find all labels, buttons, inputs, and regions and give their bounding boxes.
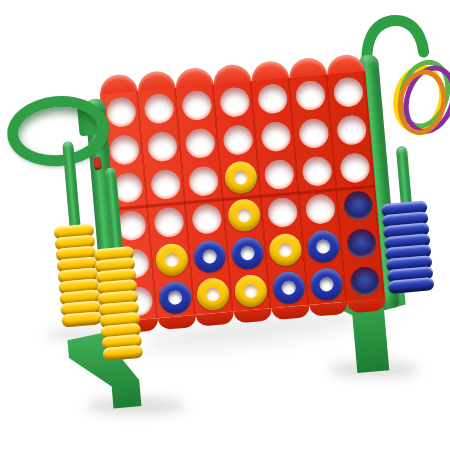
yellow-disc <box>268 232 303 267</box>
cell-r1-c2[interactable] <box>138 88 179 129</box>
cell-r4-c7[interactable] <box>337 185 378 226</box>
empty-hole <box>335 114 366 145</box>
yellow-disc <box>196 277 231 312</box>
cell-r1-c6[interactable] <box>289 75 330 116</box>
empty-hole <box>332 76 363 107</box>
cell-r6-c7[interactable] <box>344 260 385 301</box>
empty-hole <box>149 168 180 199</box>
empty-hole <box>219 86 250 117</box>
cell-r4-c3[interactable] <box>186 198 227 239</box>
cell-r5-c5[interactable] <box>265 229 306 270</box>
giant-connect-four-set <box>0 0 450 450</box>
blue-disc <box>271 270 306 305</box>
empty-hole <box>266 196 297 227</box>
blue-disc <box>309 267 344 302</box>
empty-hole <box>304 193 335 224</box>
cell-r6-c4[interactable] <box>230 270 271 311</box>
blue-disc <box>158 280 193 315</box>
blue-disc <box>192 239 227 274</box>
cell-r3-c2[interactable] <box>145 163 186 204</box>
empty-hole <box>108 134 139 165</box>
cell-r2-c5[interactable] <box>255 116 296 157</box>
cell-r5-c4[interactable] <box>227 233 268 274</box>
cell-r5-c6[interactable] <box>303 226 344 267</box>
cell-r6-c6[interactable] <box>306 264 347 305</box>
cell-r3-c5[interactable] <box>258 154 299 195</box>
empty-hole <box>184 127 215 158</box>
empty-hole <box>153 206 184 237</box>
cell-r3-c6[interactable] <box>296 150 337 191</box>
yellow-disc <box>224 160 259 195</box>
cell-r2-c3[interactable] <box>179 122 220 163</box>
empty-hole <box>181 89 212 120</box>
blue-disc <box>230 236 265 271</box>
cell-r6-c2[interactable] <box>155 277 196 318</box>
yellow-disc <box>234 274 269 309</box>
cell-r4-c6[interactable] <box>299 188 340 229</box>
empty-hole <box>294 79 325 110</box>
hanging-rings <box>390 54 450 137</box>
yellow-disc <box>154 242 189 277</box>
screw-icon <box>94 157 102 171</box>
cell-r2-c4[interactable] <box>217 119 258 160</box>
cell-r2-c7[interactable] <box>331 109 372 150</box>
blue-ring-stack <box>381 200 435 294</box>
empty-hole <box>191 203 222 234</box>
empty-hole <box>187 165 218 196</box>
cell-r1-c3[interactable] <box>176 84 217 125</box>
empty-hole <box>256 83 287 114</box>
cell-r2-c2[interactable] <box>141 126 182 167</box>
product-photo-stage <box>0 0 450 450</box>
cell-r2-c6[interactable] <box>293 112 334 153</box>
empty-hole <box>339 152 370 183</box>
cell-r3-c7[interactable] <box>334 147 375 188</box>
blue-disc <box>306 229 341 264</box>
cell-r1-c5[interactable] <box>252 78 293 119</box>
cell-r4-c2[interactable] <box>148 201 189 242</box>
cell-r6-c5[interactable] <box>268 267 309 308</box>
empty-hole <box>105 96 136 127</box>
empty-hole <box>143 93 174 124</box>
cell-r6-c3[interactable] <box>192 274 233 315</box>
cell-r4-c4[interactable] <box>224 195 265 236</box>
cell-r1-c7[interactable] <box>327 71 368 112</box>
empty-hole <box>349 265 380 296</box>
connect-four-board <box>99 53 386 333</box>
empty-hole <box>146 130 177 161</box>
cell-r3-c3[interactable] <box>182 160 223 201</box>
cell-r4-c5[interactable] <box>261 191 302 232</box>
cell-r5-c7[interactable] <box>341 223 382 264</box>
empty-hole <box>222 124 253 155</box>
cell-r1-c4[interactable] <box>214 81 255 122</box>
cell-r5-c2[interactable] <box>151 239 192 280</box>
cell-r3-c4[interactable] <box>220 157 261 198</box>
empty-hole <box>342 190 373 221</box>
cell-r5-c3[interactable] <box>189 236 230 277</box>
empty-hole <box>298 117 329 148</box>
empty-hole <box>263 158 294 189</box>
empty-hole <box>301 155 332 186</box>
empty-hole <box>260 121 291 152</box>
empty-hole <box>345 227 376 258</box>
yellow-disc <box>227 198 262 233</box>
